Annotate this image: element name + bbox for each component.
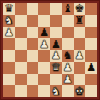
chess-board: ♛♝♚♞♜♟♟♟♟♟♞♟♛♟♟♟♞♚ <box>3 3 97 97</box>
piece-white-queen-e3: ♛ <box>51 62 61 73</box>
piece-white-king-g1: ♚ <box>74 85 84 96</box>
piece-white-pawn-g4: ♟ <box>74 50 84 61</box>
square-b5[interactable] <box>15 38 27 50</box>
square-h6[interactable] <box>85 27 97 39</box>
square-a7[interactable]: ♞ <box>3 15 15 27</box>
square-h8[interactable] <box>85 3 97 15</box>
square-a6[interactable]: ♟ <box>3 27 15 39</box>
square-g6[interactable] <box>74 27 86 39</box>
square-a3[interactable] <box>3 62 15 74</box>
piece-black-king-g8: ♚ <box>74 3 84 14</box>
square-g1[interactable]: ♚ <box>74 85 86 97</box>
square-h2[interactable] <box>85 74 97 86</box>
square-g4[interactable]: ♟ <box>74 50 86 62</box>
square-g8[interactable]: ♚ <box>74 3 86 15</box>
square-c5[interactable] <box>27 38 39 50</box>
square-b8[interactable] <box>15 3 27 15</box>
square-g2[interactable] <box>74 74 86 86</box>
square-b6[interactable] <box>15 27 27 39</box>
square-d2[interactable] <box>38 74 50 86</box>
piece-white-pawn-f2: ♟ <box>63 74 73 85</box>
piece-black-queen-a8: ♛ <box>4 3 14 14</box>
piece-white-pawn-f3: ♟ <box>63 62 73 73</box>
square-a2[interactable] <box>3 74 15 86</box>
square-e4[interactable]: ♟ <box>50 50 62 62</box>
square-b3[interactable] <box>15 62 27 74</box>
piece-black-rook-g7: ♜ <box>74 15 84 26</box>
square-g5[interactable] <box>74 38 86 50</box>
square-d7[interactable] <box>38 15 50 27</box>
square-f2[interactable]: ♟ <box>62 74 74 86</box>
square-h7[interactable] <box>85 15 97 27</box>
square-e5[interactable]: ♟ <box>50 38 62 50</box>
square-e1[interactable]: ♞ <box>50 85 62 97</box>
square-f6[interactable] <box>62 27 74 39</box>
square-e3[interactable]: ♛ <box>50 62 62 74</box>
square-b2[interactable] <box>15 74 27 86</box>
square-c3[interactable] <box>27 62 39 74</box>
square-e7[interactable] <box>50 15 62 27</box>
square-a8[interactable]: ♛ <box>3 3 15 15</box>
square-a1[interactable] <box>3 85 15 97</box>
square-d3[interactable] <box>38 62 50 74</box>
piece-white-pawn-d5: ♟ <box>39 38 49 49</box>
piece-black-pawn-d6: ♟ <box>39 27 49 38</box>
square-f3[interactable]: ♟ <box>62 62 74 74</box>
square-g3[interactable] <box>74 62 86 74</box>
square-e6[interactable] <box>50 27 62 39</box>
square-f4[interactable]: ♞ <box>62 50 74 62</box>
square-c6[interactable] <box>27 27 39 39</box>
square-c4[interactable] <box>27 50 39 62</box>
piece-black-pawn-e5: ♟ <box>51 38 61 49</box>
square-d6[interactable]: ♟ <box>38 27 50 39</box>
square-h4[interactable] <box>85 50 97 62</box>
chess-board-screenshot: ♛♝♚♞♜♟♟♟♟♟♞♟♛♟♟♟♞♚ <box>0 0 100 100</box>
square-b7[interactable] <box>15 15 27 27</box>
square-d1[interactable] <box>38 85 50 97</box>
square-c1[interactable] <box>27 85 39 97</box>
square-f5[interactable] <box>62 38 74 50</box>
piece-black-pawn-h3: ♟ <box>86 62 96 73</box>
square-c7[interactable] <box>27 15 39 27</box>
square-e2[interactable] <box>50 74 62 86</box>
piece-white-pawn-a6: ♟ <box>4 27 14 38</box>
square-h3[interactable]: ♟ <box>85 62 97 74</box>
piece-white-pawn-e4: ♟ <box>51 50 61 61</box>
square-a4[interactable] <box>3 50 15 62</box>
square-b4[interactable] <box>15 50 27 62</box>
square-f8[interactable]: ♝ <box>62 3 74 15</box>
piece-black-bishop-f8: ♝ <box>63 3 73 14</box>
square-g7[interactable]: ♜ <box>74 15 86 27</box>
square-a5[interactable] <box>3 38 15 50</box>
piece-white-knight-e1: ♞ <box>51 85 61 96</box>
piece-black-knight-f4: ♞ <box>63 50 73 61</box>
square-d8[interactable] <box>38 3 50 15</box>
square-f7[interactable] <box>62 15 74 27</box>
square-c2[interactable] <box>27 74 39 86</box>
square-f1[interactable] <box>62 85 74 97</box>
square-e8[interactable] <box>50 3 62 15</box>
square-b1[interactable] <box>15 85 27 97</box>
square-d5[interactable]: ♟ <box>38 38 50 50</box>
square-h1[interactable] <box>85 85 97 97</box>
square-c8[interactable] <box>27 3 39 15</box>
piece-white-knight-a7: ♞ <box>4 15 14 26</box>
square-h5[interactable] <box>85 38 97 50</box>
square-d4[interactable] <box>38 50 50 62</box>
